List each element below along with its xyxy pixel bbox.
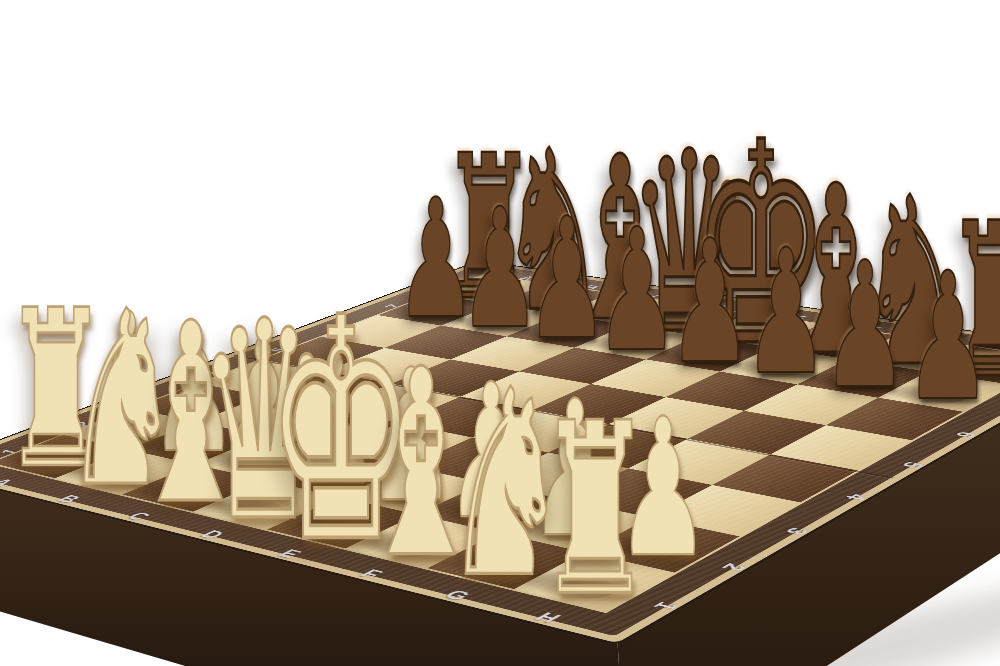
file-label-bottom-c: C [120, 510, 158, 523]
rank-label-right-7: 7 [996, 401, 1000, 412]
rank-label-right-5: 5 [892, 459, 929, 471]
chess-board: AABBCCDDEEFFGGHH1122334455667788 [0, 260, 1000, 645]
rank-label-right-3: 3 [775, 524, 814, 538]
file-label-bottom-h: H [527, 610, 570, 626]
file-label-bottom-g: G [436, 588, 478, 603]
file-label-bottom-e: E [270, 547, 310, 561]
rank-label-right-4: 4 [836, 490, 874, 503]
file-label-bottom-d: D [193, 528, 232, 541]
file-label-bottom-b: B [51, 493, 88, 505]
file-label-bottom-a: A [0, 477, 20, 489]
rank-label-right-6: 6 [946, 429, 981, 441]
rank-label-right-1: 1 [643, 598, 685, 614]
rank-label-right-2: 2 [711, 560, 752, 575]
photo-scene: AABBCCDDEEFFGGHH1122334455667788 [0, 0, 1000, 666]
file-label-bottom-f: F [351, 567, 392, 582]
